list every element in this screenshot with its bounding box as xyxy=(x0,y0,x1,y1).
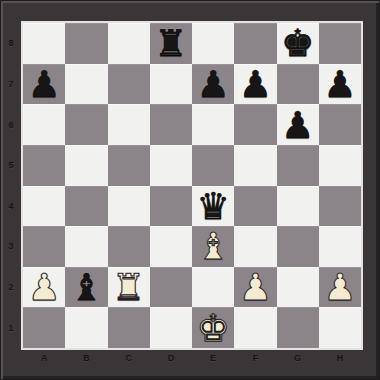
square-a1[interactable] xyxy=(23,307,65,348)
file-labels: ABCDEFGH xyxy=(23,350,361,366)
square-c7[interactable] xyxy=(108,64,150,105)
square-a6[interactable] xyxy=(23,104,65,145)
square-c2[interactable]: ♜ xyxy=(108,267,150,308)
piece-black-queen-e4[interactable]: ♛ xyxy=(197,187,230,227)
square-f2[interactable]: ♟ xyxy=(234,267,276,308)
rank-label-8: 8 xyxy=(1,23,21,64)
file-label-a: A xyxy=(23,350,65,366)
piece-black-bishop-b2[interactable]: ♝ xyxy=(70,268,103,308)
piece-black-rook-d8[interactable]: ♜ xyxy=(154,24,187,64)
piece-black-pawn-a7[interactable]: ♟ xyxy=(28,65,61,105)
square-g2[interactable] xyxy=(277,267,319,308)
square-h3[interactable] xyxy=(319,226,361,267)
file-label-h: H xyxy=(319,350,361,366)
square-b3[interactable] xyxy=(65,226,107,267)
square-e3[interactable]: ♝ xyxy=(192,226,234,267)
piece-black-king-g8[interactable]: ♚ xyxy=(281,24,314,64)
square-b6[interactable] xyxy=(65,104,107,145)
piece-white-rook-c2[interactable]: ♜ xyxy=(112,268,145,308)
square-a3[interactable] xyxy=(23,226,65,267)
piece-white-bishop-e3[interactable]: ♝ xyxy=(197,227,230,267)
square-b2[interactable]: ♝ xyxy=(65,267,107,308)
square-d6[interactable] xyxy=(150,104,192,145)
square-f3[interactable] xyxy=(234,226,276,267)
file-label-c: C xyxy=(108,350,150,366)
rank-label-3: 3 xyxy=(1,226,21,267)
square-c3[interactable] xyxy=(108,226,150,267)
piece-black-pawn-e7[interactable]: ♟ xyxy=(197,65,230,105)
file-label-g: G xyxy=(277,350,319,366)
rank-label-1: 1 xyxy=(1,307,21,348)
square-b1[interactable] xyxy=(65,307,107,348)
square-d2[interactable] xyxy=(150,267,192,308)
square-e7[interactable]: ♟ xyxy=(192,64,234,105)
square-g3[interactable] xyxy=(277,226,319,267)
square-f8[interactable] xyxy=(234,23,276,64)
square-d1[interactable] xyxy=(150,307,192,348)
square-a8[interactable] xyxy=(23,23,65,64)
piece-white-pawn-f2[interactable]: ♟ xyxy=(239,268,272,308)
square-d8[interactable]: ♜ xyxy=(150,23,192,64)
square-g8[interactable]: ♚ xyxy=(277,23,319,64)
square-e5[interactable] xyxy=(192,145,234,186)
square-d5[interactable] xyxy=(150,145,192,186)
chess-board: ♜♚♟♟♟♟♟♛♝♟♝♜♟♟♚ xyxy=(21,21,363,350)
square-f1[interactable] xyxy=(234,307,276,348)
square-c6[interactable] xyxy=(108,104,150,145)
square-c5[interactable] xyxy=(108,145,150,186)
rank-label-7: 7 xyxy=(1,64,21,105)
rank-label-4: 4 xyxy=(1,186,21,227)
piece-black-pawn-f7[interactable]: ♟ xyxy=(239,65,272,105)
square-e8[interactable] xyxy=(192,23,234,64)
square-f5[interactable] xyxy=(234,145,276,186)
square-h8[interactable] xyxy=(319,23,361,64)
square-h7[interactable]: ♟ xyxy=(319,64,361,105)
file-label-b: B xyxy=(65,350,107,366)
file-label-f: F xyxy=(234,350,276,366)
square-g1[interactable] xyxy=(277,307,319,348)
piece-black-pawn-h7[interactable]: ♟ xyxy=(323,65,356,105)
square-c4[interactable] xyxy=(108,186,150,227)
square-f7[interactable]: ♟ xyxy=(234,64,276,105)
rank-label-5: 5 xyxy=(1,145,21,186)
square-b5[interactable] xyxy=(65,145,107,186)
rank-labels: 87654321 xyxy=(1,23,21,348)
file-label-e: E xyxy=(192,350,234,366)
file-label-d: D xyxy=(150,350,192,366)
square-d3[interactable] xyxy=(150,226,192,267)
piece-white-pawn-a2[interactable]: ♟ xyxy=(28,268,61,308)
square-g7[interactable] xyxy=(277,64,319,105)
board-frame: 87654321 ABCDEFGH ♜♚♟♟♟♟♟♛♝♟♝♜♟♟♚ xyxy=(0,0,380,380)
square-h4[interactable] xyxy=(319,186,361,227)
square-h2[interactable]: ♟ xyxy=(319,267,361,308)
square-c1[interactable] xyxy=(108,307,150,348)
rank-label-6: 6 xyxy=(1,104,21,145)
square-g4[interactable] xyxy=(277,186,319,227)
square-g5[interactable] xyxy=(277,145,319,186)
square-h1[interactable] xyxy=(319,307,361,348)
square-a2[interactable]: ♟ xyxy=(23,267,65,308)
square-a5[interactable] xyxy=(23,145,65,186)
square-c8[interactable] xyxy=(108,23,150,64)
piece-white-king-e1[interactable]: ♚ xyxy=(197,309,230,349)
square-e6[interactable] xyxy=(192,104,234,145)
square-d4[interactable] xyxy=(150,186,192,227)
square-e2[interactable] xyxy=(192,267,234,308)
rank-label-2: 2 xyxy=(1,267,21,308)
square-b7[interactable] xyxy=(65,64,107,105)
square-b8[interactable] xyxy=(65,23,107,64)
square-h6[interactable] xyxy=(319,104,361,145)
square-h5[interactable] xyxy=(319,145,361,186)
square-a7[interactable]: ♟ xyxy=(23,64,65,105)
piece-white-pawn-h2[interactable]: ♟ xyxy=(323,268,356,308)
square-g6[interactable]: ♟ xyxy=(277,104,319,145)
square-d7[interactable] xyxy=(150,64,192,105)
square-b4[interactable] xyxy=(65,186,107,227)
square-a4[interactable] xyxy=(23,186,65,227)
square-e4[interactable]: ♛ xyxy=(192,186,234,227)
square-e1[interactable]: ♚ xyxy=(192,307,234,348)
square-f6[interactable] xyxy=(234,104,276,145)
piece-black-pawn-g6[interactable]: ♟ xyxy=(281,106,314,146)
square-f4[interactable] xyxy=(234,186,276,227)
